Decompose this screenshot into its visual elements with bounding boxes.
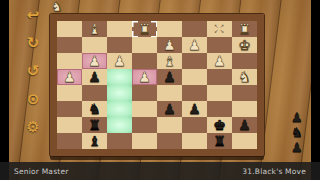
square-b2[interactable] — [207, 37, 232, 53]
square-h4[interactable]: ♟ — [57, 69, 82, 85]
board-frame: ♝♜↖↗↙↘♜♟♟♚♟♟♝♟♟♟♟♟♞♞♟♟♜♚♟♝♜ — [50, 14, 264, 156]
square-b8[interactable]: ♜ — [207, 133, 232, 149]
captured-black-knight: ♞ — [291, 125, 303, 140]
square-f2[interactable] — [107, 37, 132, 53]
square-d3[interactable]: ♝ — [157, 53, 182, 69]
captured-black-pawn: ♟ — [291, 110, 303, 125]
square-g8[interactable]: ♝ — [82, 133, 107, 149]
square-g7[interactable]: ♜ — [82, 117, 107, 133]
square-f1[interactable] — [107, 21, 132, 37]
square-c7[interactable] — [182, 117, 207, 133]
square-g4[interactable]: ♟ — [82, 69, 107, 85]
piece-black-knight: ♞ — [88, 102, 101, 116]
captured-white-knight: ♞ — [51, 0, 63, 14]
piece-black-pawn: ♟ — [163, 70, 176, 84]
square-e8[interactable] — [132, 133, 157, 149]
square-c5[interactable] — [182, 85, 207, 101]
piece-white-pawn: ♟ — [213, 54, 226, 68]
move-indicator-label: 31.Black's Move — [242, 167, 306, 176]
square-g3[interactable]: ♟ — [82, 53, 107, 69]
square-g2[interactable] — [82, 37, 107, 53]
square-c6[interactable]: ♟ — [182, 101, 207, 117]
square-e2[interactable] — [132, 37, 157, 53]
square-d6[interactable]: ♟ — [157, 101, 182, 117]
square-c2[interactable]: ♟ — [182, 37, 207, 53]
piece-black-rook: ♜ — [88, 118, 101, 132]
square-h5[interactable] — [57, 85, 82, 101]
square-h7[interactable] — [57, 117, 82, 133]
square-c8[interactable] — [182, 133, 207, 149]
square-h2[interactable] — [57, 37, 82, 53]
square-e3[interactable] — [132, 53, 157, 69]
rotate-back-icon[interactable]: ↺ — [25, 62, 42, 79]
square-a3[interactable] — [232, 53, 257, 69]
square-g1[interactable]: ♝ — [82, 21, 107, 37]
square-e1[interactable]: ♜ — [132, 21, 157, 37]
square-d7[interactable] — [157, 117, 182, 133]
square-e4[interactable]: ♟ — [132, 69, 157, 85]
app-window: ↩↻↺⊙⚙ ♝♜↖↗↙↘♜♟♟♚♟♟♝♟♟♟♟♟♞♞♟♟♜♚♟♝♜ ♞ ♟♞♟ … — [0, 0, 320, 180]
square-f5[interactable] — [107, 85, 132, 101]
piece-white-pawn: ♟ — [113, 54, 126, 68]
piece-black-king: ♚ — [213, 118, 226, 132]
square-f4[interactable] — [107, 69, 132, 85]
square-a8[interactable] — [232, 133, 257, 149]
captured-black-tray: ♟♞♟ — [291, 110, 303, 155]
square-b1[interactable]: ↖↗↙↘ — [207, 21, 232, 37]
piece-white-bishop: ♝ — [88, 22, 101, 36]
square-d5[interactable] — [157, 85, 182, 101]
piece-white-rook: ♜ — [238, 22, 251, 36]
square-a1[interactable]: ♜ — [232, 21, 257, 37]
square-d8[interactable] — [157, 133, 182, 149]
square-f8[interactable] — [107, 133, 132, 149]
square-d4[interactable]: ♟ — [157, 69, 182, 85]
square-f7[interactable] — [107, 117, 132, 133]
captured-white-tray: ♞ — [51, 0, 63, 14]
thinking-arrows-icon: ↖↗↙↘ — [214, 24, 225, 34]
piece-black-pawn: ♟ — [88, 70, 101, 84]
toolbar-sidebar: ↩↻↺⊙⚙ — [20, 6, 46, 135]
square-h3[interactable] — [57, 53, 82, 69]
square-e6[interactable] — [132, 101, 157, 117]
redo-icon[interactable]: ↻ — [25, 34, 42, 51]
piece-white-rook: ♜ — [138, 22, 151, 36]
square-c3[interactable] — [182, 53, 207, 69]
status-bar: Senior Master 31.Black's Move — [0, 162, 320, 180]
square-e5[interactable] — [132, 85, 157, 101]
square-a2[interactable]: ♚ — [232, 37, 257, 53]
square-e7[interactable] — [132, 117, 157, 133]
left-letterbox — [0, 0, 9, 180]
engine-level-label: Senior Master — [14, 167, 68, 176]
square-d2[interactable]: ♟ — [157, 37, 182, 53]
square-d1[interactable] — [157, 21, 182, 37]
square-g6[interactable]: ♞ — [82, 101, 107, 117]
square-b6[interactable] — [207, 101, 232, 117]
piece-white-knight: ♞ — [238, 70, 251, 84]
square-c4[interactable] — [182, 69, 207, 85]
captured-black-pawn: ♟ — [291, 140, 303, 155]
square-b4[interactable] — [207, 69, 232, 85]
right-letterbox — [311, 0, 320, 180]
piece-black-pawn: ♟ — [163, 102, 176, 116]
square-h8[interactable] — [57, 133, 82, 149]
piece-white-pawn: ♟ — [88, 54, 101, 68]
settings-gear-icon[interactable]: ⚙ — [25, 118, 42, 135]
piece-black-bishop: ♝ — [88, 134, 101, 148]
square-a4[interactable]: ♞ — [232, 69, 257, 85]
square-a7[interactable]: ♟ — [232, 117, 257, 133]
piece-black-pawn: ♟ — [188, 102, 201, 116]
piece-white-pawn: ♟ — [138, 70, 151, 84]
piece-white-pawn: ♟ — [188, 38, 201, 52]
square-f3[interactable]: ♟ — [107, 53, 132, 69]
square-h1[interactable] — [57, 21, 82, 37]
hint-icon[interactable]: ⊙ — [25, 90, 42, 107]
square-f6[interactable] — [107, 101, 132, 117]
chess-board: ♝♜↖↗↙↘♜♟♟♚♟♟♝♟♟♟♟♟♞♞♟♟♜♚♟♝♜ — [57, 21, 257, 149]
square-b3[interactable]: ♟ — [207, 53, 232, 69]
square-b5[interactable] — [207, 85, 232, 101]
square-h6[interactable] — [57, 101, 82, 117]
square-c1[interactable] — [182, 21, 207, 37]
piece-white-king: ♚ — [238, 38, 251, 52]
undo-icon[interactable]: ↩ — [25, 6, 42, 23]
piece-white-bishop: ♝ — [163, 54, 176, 68]
square-a5[interactable] — [232, 85, 257, 101]
piece-black-rook: ♜ — [213, 134, 226, 148]
piece-white-pawn: ♟ — [163, 38, 176, 52]
piece-black-pawn: ♟ — [238, 118, 251, 132]
piece-white-pawn: ♟ — [63, 70, 76, 84]
square-a6[interactable] — [232, 101, 257, 117]
square-g5[interactable] — [82, 85, 107, 101]
square-b7[interactable]: ♚ — [207, 117, 232, 133]
